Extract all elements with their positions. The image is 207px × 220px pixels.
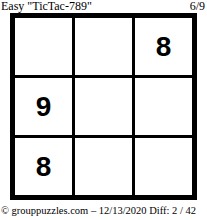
cell-r3c2[interactable] <box>75 138 132 195</box>
puzzle-board: 8 9 8 <box>10 13 197 200</box>
cell-r1c3: 8 <box>135 18 192 75</box>
cell-r2c1: 9 <box>15 78 72 135</box>
page-indicator: 6/9 <box>190 0 205 13</box>
cell-r3c3[interactable] <box>135 138 192 195</box>
cell-r2c3[interactable] <box>135 78 192 135</box>
cell-r2c2[interactable] <box>75 78 132 135</box>
puzzle-page: Easy "TicTac-789" 6/9 8 9 8 © grouppuzzl… <box>0 0 207 220</box>
puzzle-title: Easy "TicTac-789" <box>1 0 92 13</box>
cell-r3c1: 8 <box>15 138 72 195</box>
footer-credit: © grouppuzzles.com – 12/13/2020 Diff: 2 … <box>0 204 207 217</box>
cell-r1c1[interactable] <box>15 18 72 75</box>
cell-r1c2[interactable] <box>75 18 132 75</box>
header: Easy "TicTac-789" 6/9 <box>0 0 207 13</box>
